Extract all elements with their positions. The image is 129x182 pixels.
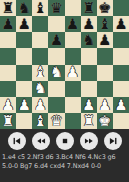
skip-to-end-button[interactable] bbox=[104, 132, 122, 150]
move-list-line-2: 5.0-0 Bg7 6.d4 cxd4 7.Nxd4 0-0 bbox=[2, 162, 129, 171]
square-g1[interactable]: ♚ bbox=[97, 113, 113, 129]
playback-controls bbox=[0, 130, 129, 151]
white-rook-piece: ♜ bbox=[2, 113, 15, 128]
white-pawn-piece: ♟ bbox=[18, 97, 31, 112]
skip-to-end-icon bbox=[108, 136, 118, 146]
square-d8[interactable]: ♛ bbox=[48, 0, 64, 16]
black-pawn-piece: ♟ bbox=[2, 16, 15, 31]
square-c8[interactable]: ♝ bbox=[32, 0, 48, 16]
square-c6[interactable] bbox=[32, 32, 48, 48]
square-g3[interactable] bbox=[97, 81, 113, 97]
black-knight-piece: ♞ bbox=[18, 0, 31, 15]
black-king-piece: ♚ bbox=[98, 0, 111, 15]
chess-board: ♜♞♝♛♜♚♟♟♟♟♝♟♟♞♟♝♞♟♞♟♟♟♟♟♟♜♝♛♜♚ bbox=[0, 0, 129, 129]
square-e8[interactable] bbox=[65, 0, 81, 16]
white-pawn-piece: ♟ bbox=[34, 97, 47, 112]
square-c3[interactable]: ♞ bbox=[32, 81, 48, 97]
square-h8[interactable] bbox=[113, 0, 129, 16]
square-d5[interactable] bbox=[48, 48, 64, 64]
square-d4[interactable]: ♞ bbox=[48, 65, 64, 81]
square-e7[interactable]: ♟ bbox=[65, 16, 81, 32]
square-c5[interactable] bbox=[32, 48, 48, 64]
square-h4[interactable] bbox=[113, 65, 129, 81]
white-rook-piece: ♜ bbox=[82, 113, 95, 128]
black-pawn-piece: ♟ bbox=[82, 16, 95, 31]
black-bishop-piece: ♝ bbox=[34, 0, 47, 15]
square-e1[interactable] bbox=[65, 113, 81, 129]
square-h5[interactable] bbox=[113, 48, 129, 64]
square-f7[interactable]: ♟ bbox=[81, 16, 97, 32]
square-e5[interactable] bbox=[65, 48, 81, 64]
square-a4[interactable] bbox=[0, 65, 16, 81]
square-d3[interactable] bbox=[48, 81, 64, 97]
square-a7[interactable]: ♟ bbox=[0, 16, 16, 32]
black-pawn-piece: ♟ bbox=[18, 16, 31, 31]
square-d2[interactable] bbox=[48, 97, 64, 113]
square-c4[interactable]: ♝ bbox=[32, 65, 48, 81]
stop-button[interactable] bbox=[56, 132, 74, 150]
square-g2[interactable]: ♟ bbox=[97, 97, 113, 113]
square-a5[interactable] bbox=[0, 48, 16, 64]
move-list-line-1: 1.e4 c5 2.Nf3 d6 3.Bc4 Nf6 4.Nc3 g6 bbox=[2, 153, 129, 162]
fast-forward-icon bbox=[84, 136, 94, 146]
square-d6[interactable]: ♟ bbox=[48, 32, 64, 48]
black-knight-piece: ♞ bbox=[82, 33, 95, 48]
square-e6[interactable] bbox=[65, 32, 81, 48]
square-b5[interactable] bbox=[16, 48, 32, 64]
white-king-piece: ♚ bbox=[98, 113, 111, 128]
square-d7[interactable] bbox=[48, 16, 64, 32]
square-a8[interactable]: ♜ bbox=[0, 0, 16, 16]
square-g6[interactable]: ♟ bbox=[97, 32, 113, 48]
square-h3[interactable] bbox=[113, 81, 129, 97]
black-pawn-piece: ♟ bbox=[50, 33, 63, 48]
square-e2[interactable] bbox=[65, 97, 81, 113]
square-f4[interactable] bbox=[81, 65, 97, 81]
square-e4[interactable]: ♟ bbox=[65, 65, 81, 81]
square-a1[interactable]: ♜ bbox=[0, 113, 16, 129]
square-c1[interactable]: ♝ bbox=[32, 113, 48, 129]
square-c2[interactable]: ♟ bbox=[32, 97, 48, 113]
white-pawn-piece: ♟ bbox=[66, 65, 79, 80]
white-knight-piece: ♞ bbox=[50, 65, 63, 80]
black-rook-piece: ♜ bbox=[2, 0, 15, 15]
square-f5[interactable] bbox=[81, 48, 97, 64]
stop-icon bbox=[60, 136, 70, 146]
square-g8[interactable]: ♚ bbox=[97, 0, 113, 16]
black-pawn-piece: ♟ bbox=[98, 33, 111, 48]
square-b7[interactable]: ♟ bbox=[16, 16, 32, 32]
white-pawn-piece: ♟ bbox=[82, 97, 95, 112]
white-pawn-piece: ♟ bbox=[98, 97, 111, 112]
black-pawn-piece: ♟ bbox=[114, 16, 127, 31]
black-pawn-piece: ♟ bbox=[66, 16, 79, 31]
square-a6[interactable] bbox=[0, 32, 16, 48]
square-f1[interactable]: ♜ bbox=[81, 113, 97, 129]
previous-move-button[interactable] bbox=[32, 132, 50, 150]
white-bishop-piece: ♝ bbox=[34, 113, 47, 128]
square-g4[interactable] bbox=[97, 65, 113, 81]
square-a2[interactable]: ♟ bbox=[0, 97, 16, 113]
square-b3[interactable] bbox=[16, 81, 32, 97]
square-f6[interactable]: ♞ bbox=[81, 32, 97, 48]
skip-to-start-icon bbox=[12, 136, 22, 146]
white-pawn-piece: ♟ bbox=[114, 97, 127, 112]
square-b6[interactable] bbox=[16, 32, 32, 48]
skip-to-start-button[interactable] bbox=[8, 132, 26, 150]
square-h1[interactable] bbox=[113, 113, 129, 129]
move-list: 1.e4 c5 2.Nf3 d6 3.Bc4 Nf6 4.Nc3 g6 5.0-… bbox=[0, 151, 129, 170]
black-rook-piece: ♜ bbox=[82, 0, 95, 15]
square-c7[interactable] bbox=[32, 16, 48, 32]
square-g5[interactable] bbox=[97, 48, 113, 64]
square-f2[interactable]: ♟ bbox=[81, 97, 97, 113]
square-f8[interactable]: ♜ bbox=[81, 0, 97, 16]
square-h2[interactable]: ♟ bbox=[113, 97, 129, 113]
black-queen-piece: ♛ bbox=[50, 0, 63, 15]
next-move-button[interactable] bbox=[80, 132, 98, 150]
white-queen-piece: ♛ bbox=[50, 113, 63, 128]
square-f3[interactable] bbox=[81, 81, 97, 97]
square-e3[interactable] bbox=[65, 81, 81, 97]
square-b1[interactable] bbox=[16, 113, 32, 129]
square-g7[interactable]: ♝ bbox=[97, 16, 113, 32]
square-a3[interactable] bbox=[0, 81, 16, 97]
white-bishop-piece: ♝ bbox=[34, 65, 47, 80]
square-h6[interactable] bbox=[113, 32, 129, 48]
white-pawn-piece: ♟ bbox=[2, 97, 15, 112]
black-bishop-piece: ♝ bbox=[98, 16, 111, 31]
square-b2[interactable]: ♟ bbox=[16, 97, 32, 113]
square-b4[interactable] bbox=[16, 65, 32, 81]
rewind-icon bbox=[36, 136, 46, 146]
white-knight-piece: ♞ bbox=[34, 81, 47, 96]
square-d1[interactable]: ♛ bbox=[48, 113, 64, 129]
square-h7[interactable]: ♟ bbox=[113, 16, 129, 32]
square-b8[interactable]: ♞ bbox=[16, 0, 32, 16]
